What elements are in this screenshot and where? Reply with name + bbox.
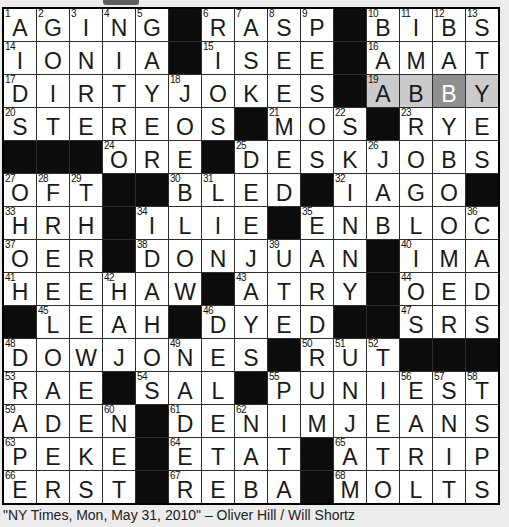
cell-letter: E — [202, 478, 234, 502]
cell-letter: I — [4, 49, 36, 73]
grid-cell[interactable]: Y — [334, 273, 366, 305]
grid-cell[interactable]: E — [433, 273, 465, 305]
grid-cell[interactable]: 16A — [367, 42, 399, 74]
grid-cell[interactable]: T — [367, 438, 399, 470]
grid-cell[interactable]: E — [235, 174, 267, 206]
cell-letter: T — [37, 115, 69, 139]
grid-cell[interactable]: E — [367, 405, 399, 437]
grid-cell[interactable]: J — [235, 240, 267, 272]
grid-cell[interactable]: 55P — [268, 372, 300, 404]
cell-letter: Y — [334, 280, 366, 304]
black-cell — [301, 438, 333, 470]
cell-letter: N — [103, 16, 135, 40]
grid-cell[interactable]: A — [268, 471, 300, 503]
grid-cell[interactable]: D — [301, 306, 333, 338]
grid-cell[interactable]: 57S — [433, 372, 465, 404]
grid-cell[interactable]: B — [433, 75, 465, 107]
grid-cell[interactable]: E — [37, 240, 69, 272]
cell-letter: G — [136, 16, 168, 40]
grid-cell[interactable]: S — [301, 75, 333, 107]
grid-cell[interactable]: 46D — [202, 306, 234, 338]
grid-cell[interactable]: 6R — [202, 9, 234, 41]
grid-cell[interactable]: S — [70, 471, 102, 503]
black-cell — [400, 339, 432, 371]
cell-letter: E — [37, 280, 69, 304]
cell-letter: R — [136, 148, 168, 172]
cell-letter: N — [334, 379, 366, 403]
grid-cell[interactable]: S — [466, 405, 498, 437]
cell-letter: R — [301, 280, 333, 304]
grid-cell[interactable]: T — [37, 108, 69, 140]
cell-letter: B — [235, 478, 267, 502]
grid-cell[interactable]: E — [70, 372, 102, 404]
grid-cell[interactable]: K — [334, 141, 366, 173]
grid-cell[interactable]: K — [70, 438, 102, 470]
cell-letter: J — [235, 247, 267, 271]
grid-cell[interactable]: A — [37, 372, 69, 404]
cell-letter: B — [433, 16, 465, 40]
grid-cell[interactable]: E — [169, 141, 201, 173]
grid-cell[interactable]: U — [301, 372, 333, 404]
grid-cell[interactable]: T — [268, 273, 300, 305]
grid-cell[interactable]: O — [169, 240, 201, 272]
cell-letter: I — [268, 412, 300, 436]
grid-cell[interactable]: O — [37, 42, 69, 74]
cell-letter: B — [433, 82, 465, 106]
grid-cell[interactable]: L — [400, 207, 432, 239]
cell-letter: M — [334, 478, 366, 502]
grid-cell[interactable]: J — [103, 339, 135, 371]
grid-cell[interactable]: R — [433, 306, 465, 338]
grid-cell[interactable]: 8S — [268, 9, 300, 41]
grid-cell[interactable]: 20S — [4, 108, 36, 140]
grid-cell[interactable]: 52T — [367, 339, 399, 371]
grid-cell[interactable]: 14I — [4, 42, 36, 74]
cell-letter: A — [334, 445, 366, 469]
cell-letter: A — [367, 181, 399, 205]
grid-cell[interactable]: E — [268, 42, 300, 74]
cell-letter: T — [367, 346, 399, 370]
grid-cell[interactable]: E — [268, 75, 300, 107]
grid-cell[interactable]: L — [400, 471, 432, 503]
cell-letter: I — [202, 49, 234, 73]
cell-letter: O — [433, 214, 465, 238]
grid-cell[interactable]: 59A — [4, 405, 36, 437]
grid-cell[interactable]: 58T — [466, 372, 498, 404]
cell-letter: L — [202, 379, 234, 403]
cell-letter: W — [169, 280, 201, 304]
cell-letter: D — [202, 313, 234, 337]
grid-cell[interactable]: I — [202, 207, 234, 239]
grid-cell[interactable]: 51U — [334, 339, 366, 371]
grid-cell[interactable]: D — [268, 174, 300, 206]
cell-letter: E — [70, 115, 102, 139]
grid-cell[interactable]: B — [400, 75, 432, 107]
grid-cell[interactable]: 9P — [301, 9, 333, 41]
cell-letter: I — [400, 16, 432, 40]
grid-cell[interactable]: 13S — [466, 9, 498, 41]
black-cell — [235, 108, 267, 140]
grid-cell[interactable]: W — [169, 273, 201, 305]
grid-cell[interactable]: 34I — [136, 207, 168, 239]
grid-cell[interactable]: M — [301, 405, 333, 437]
cell-letter: D — [4, 82, 36, 106]
grid-cell[interactable]: 11I — [400, 9, 432, 41]
black-cell — [334, 9, 366, 41]
grid-cell[interactable]: 10B — [367, 9, 399, 41]
grid-cell[interactable]: N — [334, 240, 366, 272]
cell-letter: D — [169, 412, 201, 436]
black-cell — [169, 9, 201, 41]
grid-cell[interactable]: 30B — [169, 174, 201, 206]
cell-letter: P — [301, 16, 333, 40]
grid-cell[interactable]: S — [202, 108, 234, 140]
cell-letter: E — [400, 379, 432, 403]
grid-cell[interactable]: 65A — [334, 438, 366, 470]
grid-cell[interactable]: N — [334, 207, 366, 239]
grid-cell[interactable]: 33H — [4, 207, 36, 239]
black-cell — [136, 405, 168, 437]
grid-cell[interactable]: 21M — [268, 108, 300, 140]
cell-letter: R — [400, 445, 432, 469]
black-cell — [70, 141, 102, 173]
grid-cell[interactable]: B — [433, 141, 465, 173]
cell-letter: A — [268, 478, 300, 502]
grid-cell[interactable]: S — [235, 42, 267, 74]
grid-cell[interactable]: E — [466, 108, 498, 140]
grid-cell[interactable]: E — [268, 141, 300, 173]
black-cell — [103, 174, 135, 206]
grid-cell[interactable]: 66E — [4, 471, 36, 503]
cell-letter: S — [400, 313, 432, 337]
cell-letter: Y — [235, 313, 267, 337]
scrollbar-thumb[interactable] — [103, 0, 139, 5]
grid-cell[interactable]: E — [37, 438, 69, 470]
grid-cell[interactable]: 31L — [202, 174, 234, 206]
grid-cell[interactable]: I — [268, 405, 300, 437]
grid-cell[interactable]: 24O — [103, 141, 135, 173]
grid-cell[interactable]: O — [367, 471, 399, 503]
grid-cell[interactable]: 40I — [400, 240, 432, 272]
grid-cell[interactable]: 19A — [367, 75, 399, 107]
grid-cell[interactable]: A — [103, 306, 135, 338]
grid-cell[interactable]: 43A — [235, 273, 267, 305]
cell-letter: E — [466, 115, 498, 139]
grid-cell[interactable]: 47S — [400, 306, 432, 338]
grid-cell[interactable]: E — [235, 207, 267, 239]
grid-cell[interactable]: N — [202, 240, 234, 272]
grid-cell[interactable]: 27O — [4, 174, 36, 206]
grid-cell[interactable]: 18J — [169, 75, 201, 107]
grid-cell[interactable]: O — [202, 75, 234, 107]
grid-cell[interactable]: 62N — [235, 405, 267, 437]
grid-cell[interactable]: 44O — [400, 273, 432, 305]
cell-letter: J — [367, 148, 399, 172]
cell-letter: H — [103, 280, 135, 304]
grid-cell[interactable]: 63P — [4, 438, 36, 470]
grid-cell[interactable]: E — [70, 306, 102, 338]
grid-cell[interactable]: 49N — [169, 339, 201, 371]
grid-cell[interactable]: 17D — [4, 75, 36, 107]
cell-letter: E — [169, 445, 201, 469]
grid-cell[interactable]: 54S — [136, 372, 168, 404]
grid-cell[interactable]: 41H — [4, 273, 36, 305]
grid-cell[interactable]: A — [433, 42, 465, 74]
grid-cell[interactable]: B — [235, 471, 267, 503]
cell-letter: F — [37, 181, 69, 205]
grid-cell[interactable]: 28F — [37, 174, 69, 206]
cell-letter: O — [103, 148, 135, 172]
grid-cell[interactable]: N — [70, 42, 102, 74]
grid-cell[interactable]: 15I — [202, 42, 234, 74]
cell-letter: A — [136, 280, 168, 304]
grid-cell[interactable]: 5G — [136, 9, 168, 41]
cell-letter: O — [136, 346, 168, 370]
cell-letter: L — [37, 313, 69, 337]
grid-cell[interactable]: 42H — [103, 273, 135, 305]
cell-letter: H — [136, 313, 168, 337]
black-cell — [169, 306, 201, 338]
cell-letter: B — [433, 148, 465, 172]
cell-letter: D — [235, 148, 267, 172]
grid-cell[interactable]: H — [136, 306, 168, 338]
cell-letter: S — [466, 478, 498, 502]
cell-letter: N — [433, 412, 465, 436]
grid-cell[interactable]: E — [202, 339, 234, 371]
grid-cell[interactable]: P — [466, 438, 498, 470]
cell-letter: S — [235, 49, 267, 73]
grid-cell[interactable]: O — [37, 339, 69, 371]
grid-cell[interactable]: I — [103, 42, 135, 74]
cell-letter: A — [169, 379, 201, 403]
grid-cell[interactable]: Y — [466, 75, 498, 107]
grid-cell[interactable]: 45L — [37, 306, 69, 338]
grid-cell[interactable]: S — [235, 339, 267, 371]
cell-letter: E — [301, 214, 333, 238]
grid-cell[interactable]: A — [466, 240, 498, 272]
grid-cell[interactable]: R — [136, 141, 168, 173]
grid-cell[interactable]: A — [169, 372, 201, 404]
grid-cell[interactable]: M — [400, 42, 432, 74]
grid-cell[interactable]: I — [37, 75, 69, 107]
cell-letter: T — [268, 445, 300, 469]
cell-letter: A — [466, 247, 498, 271]
grid-cell[interactable]: R — [301, 273, 333, 305]
cell-letter: H — [4, 280, 36, 304]
grid-cell[interactable]: Y — [235, 306, 267, 338]
cell-letter: B — [169, 181, 201, 205]
grid-cell[interactable]: I — [367, 372, 399, 404]
grid-cell[interactable]: D — [466, 273, 498, 305]
cell-letter: A — [367, 49, 399, 73]
cell-letter: C — [466, 214, 498, 238]
cell-letter: S — [301, 148, 333, 172]
grid-cell[interactable]: 60N — [103, 405, 135, 437]
cell-letter: I — [136, 214, 168, 238]
black-cell — [466, 339, 498, 371]
grid-cell[interactable]: 53R — [4, 372, 36, 404]
grid-cell[interactable]: K — [235, 75, 267, 107]
grid-cell[interactable]: 61D — [169, 405, 201, 437]
black-cell — [301, 174, 333, 206]
grid-cell[interactable]: T — [466, 42, 498, 74]
grid-cell[interactable]: 12B — [433, 9, 465, 41]
grid-cell[interactable]: T — [268, 438, 300, 470]
grid-cell[interactable]: S — [466, 471, 498, 503]
black-cell — [367, 240, 399, 272]
grid-cell[interactable]: 50R — [301, 339, 333, 371]
grid-cell[interactable]: 39U — [268, 240, 300, 272]
black-cell — [268, 207, 300, 239]
grid-cell[interactable]: 56E — [400, 372, 432, 404]
cell-letter: O — [400, 280, 432, 304]
grid-cell[interactable]: 25D — [235, 141, 267, 173]
grid-cell[interactable]: A — [367, 174, 399, 206]
cell-letter: W — [70, 346, 102, 370]
cell-letter: T — [103, 478, 135, 502]
grid-cell[interactable]: A — [136, 273, 168, 305]
grid-cell[interactable]: E — [202, 471, 234, 503]
cell-letter: R — [37, 214, 69, 238]
black-cell — [4, 306, 36, 338]
cell-letter: R — [202, 16, 234, 40]
grid-cell[interactable]: E — [37, 273, 69, 305]
grid-cell[interactable]: 64E — [169, 438, 201, 470]
grid-cell[interactable]: 2G — [37, 9, 69, 41]
grid-cell[interactable]: M — [433, 240, 465, 272]
grid-cell[interactable]: E — [70, 405, 102, 437]
grid-cell[interactable]: 67R — [169, 471, 201, 503]
grid-cell[interactable]: E — [268, 306, 300, 338]
cell-letter: A — [4, 412, 36, 436]
grid-cell[interactable]: 26J — [367, 141, 399, 173]
cell-letter: O — [169, 247, 201, 271]
grid-cell[interactable]: L — [169, 207, 201, 239]
grid-cell[interactable]: E — [301, 42, 333, 74]
grid-cell[interactable]: T — [103, 75, 135, 107]
cell-letter: L — [400, 478, 432, 502]
cell-letter: O — [367, 478, 399, 502]
grid-cell[interactable]: O — [433, 174, 465, 206]
grid-cell[interactable]: B — [367, 207, 399, 239]
cell-letter: R — [37, 478, 69, 502]
cell-letter: O — [37, 346, 69, 370]
grid-cell[interactable]: 7A — [235, 9, 267, 41]
grid-cell[interactable]: O — [400, 141, 432, 173]
cell-letter: U — [334, 346, 366, 370]
grid-cell[interactable]: T — [103, 471, 135, 503]
cell-letter: E — [103, 445, 135, 469]
black-cell — [4, 141, 36, 173]
grid-cell[interactable]: E — [202, 405, 234, 437]
grid-cell[interactable]: O — [301, 108, 333, 140]
cell-letter: O — [37, 49, 69, 73]
grid-cell[interactable]: 32I — [334, 174, 366, 206]
cell-letter: O — [169, 115, 201, 139]
grid-cell[interactable]: 38D — [136, 240, 168, 272]
grid-cell[interactable]: Y — [433, 108, 465, 140]
black-cell — [466, 174, 498, 206]
grid-cell[interactable]: E — [136, 108, 168, 140]
grid-cell[interactable]: 4N — [103, 9, 135, 41]
cell-letter: B — [367, 214, 399, 238]
grid-cell[interactable]: R — [70, 240, 102, 272]
grid-cell[interactable]: T — [433, 471, 465, 503]
cell-letter: K — [334, 148, 366, 172]
grid-cell[interactable]: N — [334, 372, 366, 404]
grid-cell[interactable]: 36C — [466, 207, 498, 239]
grid-cell[interactable]: A — [136, 42, 168, 74]
grid-cell[interactable]: O — [433, 207, 465, 239]
cell-letter: N — [70, 49, 102, 73]
grid-cell[interactable]: E — [103, 438, 135, 470]
cell-letter: A — [136, 49, 168, 73]
cell-letter: E — [268, 148, 300, 172]
grid-cell[interactable]: 29T — [70, 174, 102, 206]
cell-letter: T — [466, 49, 498, 73]
grid-cell[interactable]: G — [400, 174, 432, 206]
cell-letter: E — [70, 379, 102, 403]
cell-letter: I — [103, 49, 135, 73]
cell-letter: T — [466, 379, 498, 403]
grid-cell[interactable]: 22S — [334, 108, 366, 140]
grid-cell[interactable]: Y — [136, 75, 168, 107]
grid-cell[interactable]: R — [37, 207, 69, 239]
grid-cell[interactable]: J — [334, 405, 366, 437]
grid-cell[interactable]: A — [400, 405, 432, 437]
cell-letter: G — [37, 16, 69, 40]
grid-cell[interactable]: E — [70, 108, 102, 140]
cell-letter: D — [136, 247, 168, 271]
cell-letter: A — [235, 16, 267, 40]
grid-cell[interactable]: L — [202, 372, 234, 404]
cell-letter: S — [70, 478, 102, 502]
cell-letter: D — [301, 313, 333, 337]
cell-letter: E — [37, 445, 69, 469]
grid-cell[interactable]: S — [301, 141, 333, 173]
grid-cell[interactable]: 68M — [334, 471, 366, 503]
crossword-grid: 1A2G3I4N5G6R7A8S9P10B11I12B13S14IONIA15I… — [2, 7, 500, 505]
puzzle-caption: "NY Times, Mon, May 31, 2010" – Oliver H… — [3, 507, 503, 523]
grid-cell[interactable]: 1A — [4, 9, 36, 41]
grid-cell[interactable]: 37O — [4, 240, 36, 272]
grid-cell[interactable]: T — [202, 438, 234, 470]
cell-letter: O — [202, 82, 234, 106]
grid-cell[interactable]: 48D — [4, 339, 36, 371]
grid-cell[interactable]: O — [169, 108, 201, 140]
grid-cell[interactable]: R — [37, 471, 69, 503]
grid-cell[interactable]: H — [70, 207, 102, 239]
grid-cell[interactable]: R — [70, 75, 102, 107]
grid-cell[interactable]: 23R — [400, 108, 432, 140]
grid-cell[interactable]: S — [466, 141, 498, 173]
grid-cell[interactable]: O — [136, 339, 168, 371]
grid-cell[interactable]: D — [37, 405, 69, 437]
cell-letter: D — [37, 412, 69, 436]
grid-cell[interactable]: A — [235, 438, 267, 470]
cell-letter: M — [400, 49, 432, 73]
grid-cell[interactable]: R — [103, 108, 135, 140]
grid-cell[interactable]: 35E — [301, 207, 333, 239]
grid-cell[interactable]: I — [433, 438, 465, 470]
grid-cell[interactable]: A — [301, 240, 333, 272]
grid-cell[interactable]: N — [433, 405, 465, 437]
grid-cell[interactable]: 3I — [70, 9, 102, 41]
grid-cell[interactable]: R — [400, 438, 432, 470]
grid-cell[interactable]: S — [466, 306, 498, 338]
grid-cell[interactable]: W — [70, 339, 102, 371]
grid-cell[interactable]: E — [70, 273, 102, 305]
